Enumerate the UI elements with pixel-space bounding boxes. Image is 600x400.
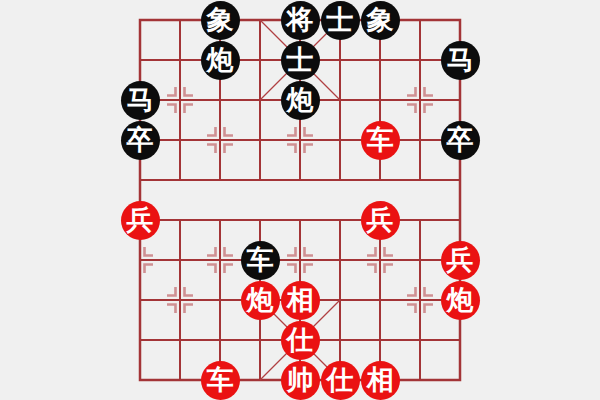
black-horse[interactable]: 马 bbox=[441, 41, 480, 80]
black-chariot[interactable]: 车 bbox=[241, 241, 280, 280]
black-soldier[interactable]: 卒 bbox=[441, 121, 480, 160]
black-elephant[interactable]: 象 bbox=[201, 1, 240, 40]
black-elephant[interactable]: 象 bbox=[361, 1, 400, 40]
red-advisor[interactable]: 仕 bbox=[281, 321, 320, 360]
black-soldier[interactable]: 卒 bbox=[121, 121, 160, 160]
red-general[interactable]: 帅 bbox=[281, 361, 320, 400]
red-cannon[interactable]: 炮 bbox=[441, 281, 480, 320]
red-chariot[interactable]: 车 bbox=[201, 361, 240, 400]
xiangqi-board: 象将士象炮士马马炮卒车卒兵兵车兵炮相炮仕车帅仕相 bbox=[0, 0, 600, 400]
black-advisor[interactable]: 士 bbox=[321, 1, 360, 40]
red-cannon[interactable]: 炮 bbox=[241, 281, 280, 320]
red-soldier[interactable]: 兵 bbox=[441, 241, 480, 280]
red-elephant[interactable]: 相 bbox=[281, 281, 320, 320]
red-soldier[interactable]: 兵 bbox=[121, 201, 160, 240]
red-chariot[interactable]: 车 bbox=[361, 121, 400, 160]
black-general[interactable]: 将 bbox=[281, 1, 320, 40]
red-soldier[interactable]: 兵 bbox=[361, 201, 400, 240]
red-elephant[interactable]: 相 bbox=[361, 361, 400, 400]
pieces-layer: 象将士象炮士马马炮卒车卒兵兵车兵炮相炮仕车帅仕相 bbox=[120, 0, 480, 400]
black-cannon[interactable]: 炮 bbox=[201, 41, 240, 80]
black-horse[interactable]: 马 bbox=[121, 81, 160, 120]
black-advisor[interactable]: 士 bbox=[281, 41, 320, 80]
screenshot-root: { "game": "xiangqi", "position": { "fen"… bbox=[0, 0, 600, 400]
black-cannon[interactable]: 炮 bbox=[281, 81, 320, 120]
red-advisor[interactable]: 仕 bbox=[321, 361, 360, 400]
